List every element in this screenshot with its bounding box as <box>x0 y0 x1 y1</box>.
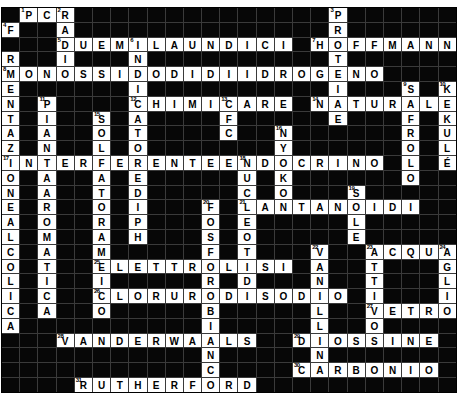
cell-r4c2[interactable]: N <box>38 67 55 81</box>
cell-r24c18[interactable]: R <box>329 363 346 377</box>
cell-r10c0[interactable]: 17I <box>2 156 19 170</box>
cell-r5c24[interactable]: 10K <box>439 82 456 96</box>
cell-r13c18[interactable]: N <box>329 200 346 214</box>
cell-r7c24[interactable]: K <box>439 112 456 126</box>
cell-r19c8[interactable]: R <box>148 289 165 303</box>
cell-r20c22[interactable]: T <box>402 304 419 318</box>
cell-r9c22[interactable]: O <box>402 141 419 155</box>
cell-r4c20[interactable]: O <box>366 67 383 81</box>
letter: O <box>20 68 37 81</box>
cell-r17c12[interactable]: L <box>220 260 237 274</box>
letter: T <box>166 261 183 274</box>
cell-r12c19[interactable]: 19S <box>348 186 365 200</box>
cell-r16c24[interactable]: 24A <box>439 245 456 259</box>
cell-r25c13[interactable]: D <box>238 378 255 392</box>
cell-r13c20[interactable]: I <box>366 200 383 214</box>
cell-r25c11[interactable]: O <box>202 378 219 392</box>
cell-r12c13[interactable]: C <box>238 186 255 200</box>
cell-r15c2[interactable]: M <box>38 230 55 244</box>
cell-r19c0[interactable]: I <box>2 289 19 303</box>
cell-r25c16-black <box>293 378 310 392</box>
cell-r5c22[interactable]: 9S <box>402 82 419 96</box>
cell-r23c11[interactable]: N <box>202 348 219 362</box>
cell-r13c19[interactable]: O <box>348 200 365 214</box>
cell-r7c7[interactable]: A <box>129 112 146 126</box>
cell-r6c11[interactable]: I <box>202 97 219 111</box>
cell-r14c0[interactable]: A <box>2 215 19 229</box>
cell-r4c3[interactable]: O <box>57 67 74 81</box>
cell-r24c16[interactable]: 30C <box>293 363 310 377</box>
cell-r17c20[interactable]: T <box>366 260 383 274</box>
cell-r18c24[interactable]: L <box>439 274 456 288</box>
cell-r15c13[interactable]: O <box>238 230 255 244</box>
cell-r19c6[interactable]: L <box>111 289 128 303</box>
cell-r19c12[interactable]: D <box>220 289 237 303</box>
cell-r20c0[interactable]: C <box>2 304 19 318</box>
cell-r21c20[interactable]: O <box>366 319 383 333</box>
cell-r19c15[interactable]: O <box>275 289 292 303</box>
cell-r22c16[interactable]: 29D <box>293 334 310 348</box>
cell-r15c15-black <box>275 230 292 244</box>
cell-r9c15[interactable]: Y <box>275 141 292 155</box>
cell-r15c5[interactable]: A <box>93 230 110 244</box>
cell-r11c24-black <box>439 171 456 185</box>
cell-r17c14[interactable]: S <box>257 260 274 274</box>
cell-r6c20[interactable]: U <box>366 97 383 111</box>
cell-r19c14[interactable]: S <box>257 289 274 303</box>
cell-r10c20[interactable]: O <box>366 156 383 170</box>
cell-r22c22[interactable]: N <box>402 334 419 348</box>
cell-r7c22[interactable]: F <box>402 112 419 126</box>
cell-r6c13[interactable]: A <box>238 97 255 111</box>
cell-r3c0[interactable]: R <box>2 52 19 66</box>
cell-r17c24[interactable]: G <box>439 260 456 274</box>
cell-r25c10[interactable]: F <box>184 378 201 392</box>
cell-r10c4[interactable]: R <box>75 156 92 170</box>
cell-r3c16-black <box>293 52 310 66</box>
cell-r22c21[interactable]: I <box>384 334 401 348</box>
cell-r16c22[interactable]: Q <box>402 245 419 259</box>
cell-r10c9[interactable]: N <box>166 156 183 170</box>
cell-r15c0[interactable]: L <box>2 230 19 244</box>
cell-r25c4[interactable]: 31R <box>75 378 92 392</box>
cell-r8c12[interactable]: C <box>220 126 237 140</box>
cell-r4c19[interactable]: N <box>348 67 365 81</box>
cell-r2c12[interactable]: D <box>220 38 237 52</box>
cell-r23c17[interactable]: N <box>311 348 328 362</box>
cell-r20c2[interactable]: A <box>38 304 55 318</box>
letter: I <box>238 39 255 52</box>
cell-r2c14[interactable]: C <box>257 38 274 52</box>
cell-r14c2[interactable]: O <box>38 215 55 229</box>
cell-r12c11-black <box>202 186 219 200</box>
cell-r19c18[interactable]: O <box>329 289 346 303</box>
cell-r7c12[interactable]: F <box>220 112 237 126</box>
cell-r6c24[interactable]: E <box>439 97 456 111</box>
cell-r25c12[interactable]: R <box>220 378 237 392</box>
cell-r19c10[interactable]: R <box>184 289 201 303</box>
cell-r25c6[interactable]: T <box>111 378 128 392</box>
cell-r21c0[interactable]: A <box>2 319 19 333</box>
cell-r22c19[interactable]: S <box>348 334 365 348</box>
cell-r4c6[interactable]: I <box>111 67 128 81</box>
cell-r22c17[interactable]: I <box>311 334 328 348</box>
cell-r22c4[interactable]: A <box>75 334 92 348</box>
cell-r19c11[interactable]: O <box>202 289 219 303</box>
cell-r16c20[interactable]: 23A <box>366 245 383 259</box>
cell-r2c23[interactable]: N <box>420 38 437 52</box>
cell-r10c22[interactable]: L <box>402 156 419 170</box>
cell-r0c1[interactable]: 1P <box>20 8 37 22</box>
cell-r15c11[interactable]: S <box>202 230 219 244</box>
cell-r18c13[interactable]: D <box>238 274 255 288</box>
cell-r4c4[interactable]: S <box>75 67 92 81</box>
cell-r6c12[interactable]: 13C <box>220 97 237 111</box>
cell-r0c2[interactable]: C <box>38 8 55 22</box>
cell-r18c0[interactable]: L <box>2 274 19 288</box>
cell-r25c9[interactable]: R <box>166 378 183 392</box>
cell-r4c18[interactable]: E <box>329 67 346 81</box>
cell-r6c21[interactable]: R <box>384 97 401 111</box>
cell-r6c0[interactable]: N <box>2 97 19 111</box>
cell-r19c13[interactable]: I <box>238 289 255 303</box>
cell-r2c22[interactable]: A <box>402 38 419 52</box>
cell-r8c7[interactable]: T <box>129 126 146 140</box>
cell-r3c18[interactable]: T <box>329 52 346 66</box>
cell-r22c20[interactable]: S <box>366 334 383 348</box>
cell-r8c2[interactable]: A <box>38 126 55 140</box>
cell-r10c14[interactable]: D <box>257 156 274 170</box>
cell-r22c13[interactable]: S <box>238 334 255 348</box>
cell-r10c7[interactable]: R <box>129 156 146 170</box>
cell-r4c10[interactable]: I <box>184 67 201 81</box>
cell-r10c2[interactable]: T <box>38 156 55 170</box>
cell-r19c5[interactable]: 26C <box>93 289 110 303</box>
cell-r6c10[interactable]: M <box>184 97 201 111</box>
cell-r14c5[interactable]: R <box>93 215 110 229</box>
cell-r20c11[interactable]: B <box>202 304 219 318</box>
cell-r0c3[interactable]: 2R <box>57 8 74 22</box>
cell-r14c13[interactable]: E <box>238 215 255 229</box>
letter: S <box>348 335 365 348</box>
cell-r3c11-black <box>202 52 219 66</box>
cell-r9c0[interactable]: Z <box>2 141 19 155</box>
cell-r6c2[interactable]: 11P <box>38 97 55 111</box>
cell-r17c6[interactable]: L <box>111 260 128 274</box>
cell-r7c18[interactable]: E <box>329 112 346 126</box>
cell-r10c16[interactable]: C <box>293 156 310 170</box>
cell-r14c7[interactable]: P <box>129 215 146 229</box>
cell-r11c1-black <box>20 171 37 185</box>
cell-r22c12[interactable]: L <box>220 334 237 348</box>
cell-r17c17[interactable]: A <box>311 260 328 274</box>
cell-r17c8[interactable]: T <box>148 260 165 274</box>
cell-r6c22[interactable]: A <box>402 97 419 111</box>
cell-r2c5[interactable]: E <box>93 38 110 52</box>
cell-r15c12-black <box>220 230 237 244</box>
cell-r9c5[interactable]: L <box>93 141 110 155</box>
cell-r17c13[interactable]: I <box>238 260 255 274</box>
cell-r16c21[interactable]: C <box>384 245 401 259</box>
cell-r20c24[interactable]: O <box>439 304 456 318</box>
cell-r19c7[interactable]: O <box>129 289 146 303</box>
cell-r2c6[interactable]: M <box>111 38 128 52</box>
cell-r24c23[interactable]: O <box>420 363 437 377</box>
cell-r21c11[interactable]: I <box>202 319 219 333</box>
cell-r17c11[interactable]: O <box>202 260 219 274</box>
cell-r5c0[interactable]: E <box>2 82 19 96</box>
cell-r2c7[interactable]: 6I <box>129 38 146 52</box>
letter: O <box>129 142 146 155</box>
cell-r17c5[interactable]: 25E <box>93 260 110 274</box>
cell-r19c9[interactable]: U <box>166 289 183 303</box>
cell-r10c12[interactable]: E <box>220 156 237 170</box>
cell-r6c7[interactable]: 12C <box>129 97 146 111</box>
cell-r17c7[interactable]: E <box>129 260 146 274</box>
cell-r2c10[interactable]: U <box>184 38 201 52</box>
cell-r18c2[interactable]: I <box>38 274 55 288</box>
cell-r17c19-black <box>348 260 365 274</box>
letter: O <box>93 127 110 140</box>
cell-r18c18-black <box>329 274 346 288</box>
cell-r2c15[interactable]: I <box>275 38 292 52</box>
cell-r13c14[interactable]: A <box>257 200 274 214</box>
cell-r6c17[interactable]: 14N <box>311 97 328 111</box>
cell-r6c18[interactable]: A <box>329 97 346 111</box>
cell-r4c9[interactable]: D <box>166 67 183 81</box>
cell-r10c19[interactable]: N <box>348 156 365 170</box>
letter: I <box>366 290 383 303</box>
cell-r24c11[interactable]: C <box>202 363 219 377</box>
cell-r13c16[interactable]: T <box>293 200 310 214</box>
cell-r13c17[interactable]: A <box>311 200 328 214</box>
cell-r10c8[interactable]: E <box>148 156 165 170</box>
cell-r6c8[interactable]: H <box>148 97 165 111</box>
cell-r13c0[interactable]: E <box>2 200 19 214</box>
cell-r22c15-black <box>275 334 292 348</box>
cell-r24c20[interactable]: O <box>366 363 383 377</box>
cell-r6c19[interactable]: T <box>348 97 365 111</box>
cell-r13c22[interactable]: I <box>402 200 419 214</box>
cell-r7c2[interactable]: I <box>38 112 55 126</box>
cell-r24c17[interactable]: A <box>311 363 328 377</box>
cell-r2c8[interactable]: L <box>148 38 165 52</box>
cell-r25c7[interactable]: H <box>129 378 146 392</box>
cell-r4c11[interactable]: D <box>202 67 219 81</box>
cell-r2c18[interactable]: O <box>329 38 346 52</box>
cell-r16c23[interactable]: U <box>420 245 437 259</box>
cell-r10c6[interactable]: E <box>111 156 128 170</box>
cell-r24c19[interactable]: B <box>348 363 365 377</box>
cell-r13c5[interactable]: O <box>93 200 110 214</box>
cell-r22c9[interactable]: W <box>166 334 183 348</box>
cell-r11c2[interactable]: A <box>38 171 55 185</box>
cell-r25c8[interactable]: E <box>148 378 165 392</box>
cell-r3c3[interactable]: I <box>57 52 74 66</box>
cell-r10c11[interactable]: E <box>202 156 219 170</box>
cell-r2c9[interactable]: A <box>166 38 183 52</box>
cell-r12c2[interactable]: A <box>38 186 55 200</box>
cell-r8c15[interactable]: 16N <box>275 126 292 140</box>
cell-r22c11[interactable]: A <box>202 334 219 348</box>
cell-r20c21[interactable]: E <box>384 304 401 318</box>
cell-r20c17[interactable]: L <box>311 304 328 318</box>
cell-r6c23[interactable]: L <box>420 97 437 111</box>
cell-r24c22[interactable]: I <box>402 363 419 377</box>
cell-r8c24[interactable]: U <box>439 126 456 140</box>
cell-r13c21[interactable]: D <box>384 200 401 214</box>
cell-r12c0[interactable]: N <box>2 186 19 200</box>
cell-r13c13[interactable]: 21L <box>238 200 255 214</box>
cell-r14c19[interactable]: L <box>348 215 365 229</box>
cell-r2c21[interactable]: M <box>384 38 401 52</box>
cell-r11c13[interactable]: U <box>238 171 255 185</box>
letter: T <box>111 379 128 392</box>
cell-r19c24[interactable]: I <box>439 289 456 303</box>
cell-r4c8[interactable]: O <box>148 67 165 81</box>
cell-r11c15[interactable]: K <box>275 171 292 185</box>
cell-r17c2[interactable]: T <box>38 260 55 274</box>
cell-r10c17[interactable]: R <box>311 156 328 170</box>
cell-r10c13[interactable]: 18N <box>238 156 255 170</box>
cell-r9c7[interactable]: O <box>129 141 146 155</box>
cell-r10c3[interactable]: E <box>57 156 74 170</box>
cell-r11c8-black <box>148 171 165 185</box>
cell-r10c15[interactable]: O <box>275 156 292 170</box>
cell-r4c0[interactable]: 8M <box>2 67 19 81</box>
cell-r4c17[interactable]: G <box>311 67 328 81</box>
cell-r22c5[interactable]: N <box>93 334 110 348</box>
cell-r4c12[interactable]: I <box>220 67 237 81</box>
cell-r25c22-black <box>402 378 419 392</box>
cell-r16c17[interactable]: 22V <box>311 245 328 259</box>
cell-r14c11[interactable]: O <box>202 215 219 229</box>
cell-r16c13[interactable]: T <box>238 245 255 259</box>
cell-r4c13[interactable]: I <box>238 67 255 81</box>
cell-r1c18[interactable]: R <box>329 23 346 37</box>
cell-r22c6[interactable]: D <box>111 334 128 348</box>
cell-r19c2[interactable]: C <box>38 289 55 303</box>
cell-r11c7[interactable]: E <box>129 171 146 185</box>
cell-r22c10[interactable]: A <box>184 334 201 348</box>
cell-r4c14[interactable]: D <box>257 67 274 81</box>
cell-r4c7[interactable]: D <box>129 67 146 81</box>
cell-r12c7[interactable]: D <box>129 186 146 200</box>
cell-r18c17[interactable]: N <box>311 274 328 288</box>
cell-r24c21[interactable]: N <box>384 363 401 377</box>
letter: E <box>329 113 346 126</box>
cell-r18c11[interactable]: R <box>202 274 219 288</box>
cell-r7c5[interactable]: 15S <box>93 112 110 126</box>
cell-r10c1[interactable]: N <box>20 156 37 170</box>
cell-r2c20[interactable]: F <box>366 38 383 52</box>
cell-r17c0[interactable]: O <box>2 260 19 274</box>
cell-r2c3[interactable]: 5D <box>57 38 74 52</box>
cell-r13c7[interactable]: I <box>129 200 146 214</box>
cell-r2c19[interactable]: F <box>348 38 365 52</box>
cell-r22c3[interactable]: 28V <box>57 334 74 348</box>
cell-r8c5[interactable]: O <box>93 126 110 140</box>
cell-r6c14[interactable]: R <box>257 97 274 111</box>
cell-r5c7[interactable]: I <box>129 82 146 96</box>
cell-r11c5[interactable]: A <box>93 171 110 185</box>
cell-r17c10[interactable]: R <box>184 260 201 274</box>
cell-r4c16[interactable]: O <box>293 67 310 81</box>
cell-r2c17[interactable]: 7H <box>311 38 328 52</box>
cell-r19c20[interactable]: I <box>366 289 383 303</box>
cell-r16c2[interactable]: A <box>38 245 55 259</box>
cell-r10c10[interactable]: T <box>184 156 201 170</box>
cell-r2c13[interactable]: I <box>238 38 255 52</box>
cell-r6c9[interactable]: I <box>166 97 183 111</box>
cell-r2c4[interactable]: U <box>75 38 92 52</box>
cell-r21c17[interactable]: L <box>311 319 328 333</box>
cell-r4c5[interactable]: S <box>93 67 110 81</box>
cell-r2c24[interactable]: N <box>439 38 456 52</box>
cell-r20c20[interactable]: 27V <box>366 304 383 318</box>
cell-r22c1-black <box>20 334 37 348</box>
cell-r18c5[interactable]: I <box>93 274 110 288</box>
cell-r1c0[interactable]: 4F <box>2 23 19 37</box>
cell-r13c12-black <box>220 200 237 214</box>
cell-r4c15[interactable]: R <box>275 67 292 81</box>
cell-r10c18[interactable]: I <box>329 156 346 170</box>
cell-r18c20[interactable]: T <box>366 274 383 288</box>
cell-r4c1[interactable]: O <box>20 67 37 81</box>
cell-r15c19[interactable]: E <box>348 230 365 244</box>
cell-r2c11[interactable]: N <box>202 38 219 52</box>
cell-r25c5[interactable]: U <box>93 378 110 392</box>
cell-r10c24[interactable]: É <box>439 156 456 170</box>
cell-r13c2[interactable]: R <box>38 200 55 214</box>
cell-r11c0[interactable]: O <box>2 171 19 185</box>
cell-r19c16[interactable]: D <box>293 289 310 303</box>
cell-r9c2[interactable]: N <box>38 141 55 155</box>
cell-r17c9[interactable]: T <box>166 260 183 274</box>
cell-r19c17[interactable]: I <box>311 289 328 303</box>
letter: O <box>366 320 383 333</box>
cell-r13c1-black <box>20 200 37 214</box>
cell-r6c15[interactable]: E <box>275 97 292 111</box>
cell-r22c18[interactable]: O <box>329 334 346 348</box>
cell-r16c5[interactable]: M <box>93 245 110 259</box>
cell-r9c24[interactable]: L <box>439 141 456 155</box>
cell-r5c18[interactable]: I <box>329 82 346 96</box>
cell-r22c7[interactable]: E <box>129 334 146 348</box>
cell-r8c0[interactable]: A <box>2 126 19 140</box>
cell-r15c7[interactable]: H <box>129 230 146 244</box>
cell-r20c23[interactable]: R <box>420 304 437 318</box>
cell-r1c3[interactable]: A <box>57 23 74 37</box>
cell-r13c11[interactable]: 20F <box>202 200 219 214</box>
cell-r3c7[interactable]: N <box>129 52 146 66</box>
cell-r13c15[interactable]: N <box>275 200 292 214</box>
cell-r16c11[interactable]: F <box>202 245 219 259</box>
cell-r22c8[interactable]: R <box>148 334 165 348</box>
cell-r17c15[interactable]: I <box>275 260 292 274</box>
cell-r16c0[interactable]: C <box>2 245 19 259</box>
cell-r22c23[interactable]: E <box>420 334 437 348</box>
cell-r12c5[interactable]: T <box>93 186 110 200</box>
cell-r10c5[interactable]: F <box>93 156 110 170</box>
cell-r8c22[interactable]: R <box>402 126 419 140</box>
cell-r0c18[interactable]: 3P <box>329 8 346 22</box>
cell-r20c5[interactable]: O <box>93 304 110 318</box>
cell-r11c22[interactable]: O <box>402 171 419 185</box>
cell-r7c0[interactable]: T <box>2 112 19 126</box>
cell-r12c15[interactable]: O <box>275 186 292 200</box>
letter: D <box>293 335 310 348</box>
